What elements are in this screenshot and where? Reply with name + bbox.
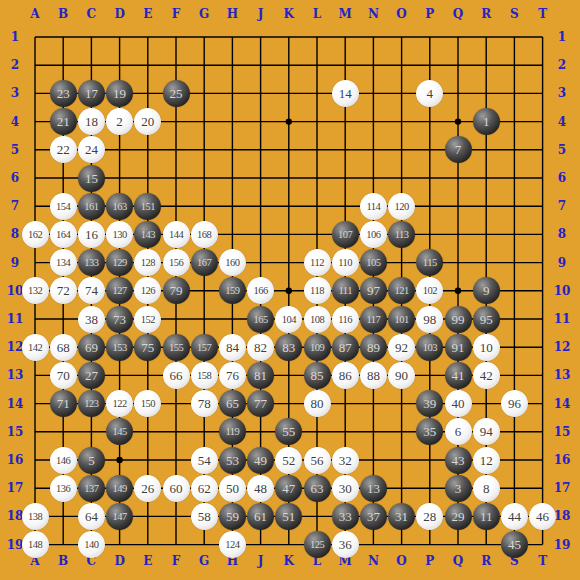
stone-white-78: 78 — [191, 390, 218, 417]
stone-white-120: 120 — [388, 193, 415, 220]
stone-black-51: 51 — [275, 503, 302, 530]
col-label-top-H: H — [227, 7, 238, 21]
stone-black-95: 95 — [473, 306, 500, 333]
stone-white-54: 54 — [191, 447, 218, 474]
stone-black-53: 53 — [219, 447, 246, 474]
stone-white-36: 36 — [332, 531, 359, 558]
stone-white-90: 90 — [388, 362, 415, 389]
stone-black-143: 143 — [134, 221, 161, 248]
stone-white-112: 112 — [304, 249, 331, 276]
row-label-left-19: 19 — [7, 538, 24, 552]
col-label-top-T: T — [538, 7, 547, 21]
stone-black-41: 41 — [445, 362, 472, 389]
stone-black-163: 163 — [106, 193, 133, 220]
stone-white-10: 10 — [473, 334, 500, 361]
row-label-left-13: 13 — [7, 368, 24, 382]
stone-black-3: 3 — [445, 475, 472, 502]
stone-black-125: 125 — [304, 531, 331, 558]
col-label-top-Q: Q — [453, 7, 463, 21]
stone-black-123: 123 — [78, 390, 105, 417]
col-label-top-F: F — [172, 7, 181, 21]
stone-white-118: 118 — [304, 277, 331, 304]
stone-white-58: 58 — [191, 503, 218, 530]
stone-white-140: 140 — [78, 531, 105, 558]
stone-white-122: 122 — [106, 390, 133, 417]
stone-white-104: 104 — [275, 306, 302, 333]
col-label-bottom-G: G — [199, 554, 209, 568]
col-label-top-M: M — [339, 7, 352, 21]
stone-white-108: 108 — [304, 306, 331, 333]
col-label-top-L: L — [313, 7, 321, 21]
col-label-top-P: P — [425, 7, 434, 21]
stone-black-137: 137 — [78, 475, 105, 502]
stone-black-63: 63 — [304, 475, 331, 502]
stone-black-19: 19 — [106, 80, 133, 107]
row-label-right-5: 5 — [558, 143, 566, 157]
stone-white-8: 8 — [473, 475, 500, 502]
stone-white-114: 114 — [360, 193, 387, 220]
stone-white-94: 94 — [473, 418, 500, 445]
stone-white-46: 46 — [529, 503, 556, 530]
col-label-top-K: K — [284, 7, 294, 21]
stone-white-148: 148 — [22, 531, 49, 558]
stone-black-83: 83 — [275, 334, 302, 361]
col-label-bottom-R: R — [481, 554, 491, 568]
stone-white-106: 106 — [360, 221, 387, 248]
star-point-Q4 — [455, 118, 461, 124]
col-label-bottom-D: D — [114, 554, 124, 568]
col-label-top-D: D — [114, 7, 124, 21]
stone-black-27: 27 — [78, 362, 105, 389]
row-label-right-4: 4 — [558, 115, 566, 129]
stone-white-110: 110 — [332, 249, 359, 276]
stone-black-73: 73 — [106, 306, 133, 333]
row-label-right-12: 12 — [554, 340, 571, 354]
stone-black-49: 49 — [247, 447, 274, 474]
stone-white-26: 26 — [134, 475, 161, 502]
stone-white-72: 72 — [50, 277, 77, 304]
col-label-top-O: O — [396, 7, 406, 21]
stone-black-17: 17 — [78, 80, 105, 107]
stone-black-149: 149 — [106, 475, 133, 502]
col-label-top-J: J — [258, 7, 264, 21]
stone-white-160: 160 — [219, 249, 246, 276]
stone-black-167: 167 — [191, 249, 218, 276]
stone-white-142: 142 — [22, 334, 49, 361]
stone-black-99: 99 — [445, 306, 472, 333]
stone-white-32: 32 — [332, 447, 359, 474]
stone-white-130: 130 — [106, 221, 133, 248]
col-label-top-C: C — [87, 7, 97, 21]
stone-black-45: 45 — [501, 531, 528, 558]
stone-white-62: 62 — [191, 475, 218, 502]
col-label-bottom-J: J — [258, 554, 264, 568]
stone-black-5: 5 — [78, 447, 105, 474]
stone-white-116: 116 — [332, 306, 359, 333]
stone-black-101: 101 — [388, 306, 415, 333]
stone-black-103: 103 — [416, 334, 443, 361]
stone-black-77: 77 — [247, 390, 274, 417]
stone-black-155: 155 — [163, 334, 190, 361]
row-label-left-7: 7 — [11, 199, 19, 213]
stone-white-132: 132 — [22, 277, 49, 304]
stone-black-91: 91 — [445, 334, 472, 361]
stone-white-16: 16 — [78, 221, 105, 248]
col-label-top-A: A — [30, 7, 39, 21]
row-label-left-10: 10 — [7, 284, 24, 298]
col-label-top-S: S — [510, 7, 519, 21]
stone-white-146: 146 — [50, 447, 77, 474]
stone-black-69: 69 — [78, 334, 105, 361]
row-label-left-12: 12 — [7, 340, 24, 354]
stone-black-29: 29 — [445, 503, 472, 530]
row-label-right-13: 13 — [554, 368, 571, 382]
stone-white-164: 164 — [50, 221, 77, 248]
stone-white-138: 138 — [22, 503, 49, 530]
stone-white-76: 76 — [219, 362, 246, 389]
row-label-left-16: 16 — [7, 453, 24, 467]
row-label-right-6: 6 — [558, 171, 566, 185]
stone-black-161: 161 — [78, 193, 105, 220]
row-label-left-2: 2 — [11, 58, 19, 72]
stone-white-88: 88 — [360, 362, 387, 389]
stone-black-157: 157 — [191, 334, 218, 361]
row-label-left-6: 6 — [11, 171, 19, 185]
row-label-right-7: 7 — [558, 199, 566, 213]
stone-white-22: 22 — [50, 136, 77, 163]
row-label-left-5: 5 — [11, 143, 19, 157]
stone-white-56: 56 — [304, 447, 331, 474]
row-label-left-14: 14 — [7, 397, 24, 411]
col-label-bottom-B: B — [58, 554, 68, 568]
stone-black-71: 71 — [50, 390, 77, 417]
col-label-top-N: N — [368, 7, 379, 21]
row-label-left-11: 11 — [7, 312, 24, 326]
stone-white-152: 152 — [134, 306, 161, 333]
stone-black-13: 13 — [360, 475, 387, 502]
stone-white-92: 92 — [388, 334, 415, 361]
stone-black-129: 129 — [106, 249, 133, 276]
col-label-top-G: G — [199, 7, 209, 21]
stone-black-151: 151 — [134, 193, 161, 220]
star-point-D16 — [116, 457, 122, 463]
stone-white-86: 86 — [332, 362, 359, 389]
stone-black-153: 153 — [106, 334, 133, 361]
col-label-top-E: E — [143, 7, 152, 21]
stone-white-154: 154 — [50, 193, 77, 220]
stone-black-25: 25 — [163, 80, 190, 107]
go-board[interactable]: AABBCCDDEEFFGGHHJJKKLLMMNNOOPPQQRRSSTT11… — [0, 0, 580, 580]
stone-black-133: 133 — [78, 249, 105, 276]
row-label-right-9: 9 — [558, 256, 566, 270]
col-label-bottom-N: N — [368, 554, 379, 568]
stone-white-52: 52 — [275, 447, 302, 474]
stone-black-119: 119 — [219, 418, 246, 445]
row-label-right-18: 18 — [554, 509, 571, 523]
stone-black-11: 11 — [473, 503, 500, 530]
stone-white-40: 40 — [445, 390, 472, 417]
col-label-bottom-E: E — [143, 554, 152, 568]
stone-black-43: 43 — [445, 447, 472, 474]
stone-white-28: 28 — [416, 503, 443, 530]
row-label-left-3: 3 — [11, 86, 19, 100]
stone-black-23: 23 — [50, 80, 77, 107]
stone-white-42: 42 — [473, 362, 500, 389]
stone-white-38: 38 — [78, 306, 105, 333]
stone-black-15: 15 — [78, 165, 105, 192]
stone-black-47: 47 — [275, 475, 302, 502]
stone-white-162: 162 — [22, 221, 49, 248]
stone-black-61: 61 — [247, 503, 274, 530]
stone-white-136: 136 — [50, 475, 77, 502]
stone-black-113: 113 — [388, 221, 415, 248]
star-point-K4 — [286, 118, 292, 124]
col-label-bottom-K: K — [284, 554, 294, 568]
stone-black-159: 159 — [219, 277, 246, 304]
stone-white-14: 14 — [332, 80, 359, 107]
stone-white-60: 60 — [163, 475, 190, 502]
col-label-bottom-O: O — [396, 554, 406, 568]
stone-white-4: 4 — [416, 80, 443, 107]
stone-black-65: 65 — [219, 390, 246, 417]
stone-black-37: 37 — [360, 503, 387, 530]
stone-white-66: 66 — [163, 362, 190, 389]
stone-white-68: 68 — [50, 334, 77, 361]
stone-black-117: 117 — [360, 306, 387, 333]
stone-black-165: 165 — [247, 306, 274, 333]
row-label-right-14: 14 — [554, 397, 571, 411]
row-label-left-4: 4 — [11, 115, 19, 129]
col-label-bottom-P: P — [425, 554, 434, 568]
stone-white-168: 168 — [191, 221, 218, 248]
stone-white-144: 144 — [163, 221, 190, 248]
stone-white-30: 30 — [332, 475, 359, 502]
row-label-left-15: 15 — [7, 425, 24, 439]
stone-black-109: 109 — [304, 334, 331, 361]
row-label-left-8: 8 — [11, 227, 19, 241]
row-label-right-11: 11 — [554, 312, 571, 326]
stone-black-7: 7 — [445, 136, 472, 163]
stone-black-105: 105 — [360, 249, 387, 276]
stone-white-18: 18 — [78, 108, 105, 135]
stone-white-134: 134 — [50, 249, 77, 276]
stone-black-1: 1 — [473, 108, 500, 135]
stone-black-31: 31 — [388, 503, 415, 530]
stone-black-107: 107 — [332, 221, 359, 248]
stone-white-98: 98 — [416, 306, 443, 333]
stone-black-87: 87 — [332, 334, 359, 361]
stone-black-79: 79 — [163, 277, 190, 304]
stone-white-96: 96 — [501, 390, 528, 417]
stone-white-124: 124 — [219, 531, 246, 558]
stone-black-89: 89 — [360, 334, 387, 361]
row-label-left-9: 9 — [11, 256, 19, 270]
star-point-Q10 — [455, 288, 461, 294]
row-label-right-16: 16 — [554, 453, 571, 467]
row-label-right-3: 3 — [558, 86, 566, 100]
stone-black-147: 147 — [106, 503, 133, 530]
stone-black-81: 81 — [247, 362, 274, 389]
stone-black-59: 59 — [219, 503, 246, 530]
row-label-right-17: 17 — [554, 481, 571, 495]
stone-white-44: 44 — [501, 503, 528, 530]
row-label-right-19: 19 — [554, 538, 571, 552]
stone-white-12: 12 — [473, 447, 500, 474]
col-label-bottom-F: F — [172, 554, 181, 568]
stone-white-24: 24 — [78, 136, 105, 163]
col-label-bottom-T: T — [538, 554, 547, 568]
stone-white-2: 2 — [106, 108, 133, 135]
row-label-right-8: 8 — [558, 227, 566, 241]
stone-white-158: 158 — [191, 362, 218, 389]
stone-black-33: 33 — [332, 503, 359, 530]
stone-white-64: 64 — [78, 503, 105, 530]
stone-white-84: 84 — [219, 334, 246, 361]
stone-white-82: 82 — [247, 334, 274, 361]
stone-white-74: 74 — [78, 277, 105, 304]
stone-black-21: 21 — [50, 108, 77, 135]
row-label-left-1: 1 — [11, 30, 19, 44]
stone-white-80: 80 — [304, 390, 331, 417]
stone-black-111: 111 — [332, 277, 359, 304]
col-label-top-R: R — [481, 7, 491, 21]
stone-white-156: 156 — [163, 249, 190, 276]
stone-black-97: 97 — [360, 277, 387, 304]
row-label-left-17: 17 — [7, 481, 24, 495]
row-label-right-1: 1 — [558, 30, 566, 44]
stone-white-50: 50 — [219, 475, 246, 502]
col-label-top-B: B — [58, 7, 68, 21]
row-label-right-2: 2 — [558, 58, 566, 72]
row-label-right-10: 10 — [554, 284, 571, 298]
col-label-bottom-Q: Q — [453, 554, 463, 568]
stone-white-70: 70 — [50, 362, 77, 389]
stone-black-85: 85 — [304, 362, 331, 389]
stone-black-9: 9 — [473, 277, 500, 304]
stone-white-48: 48 — [247, 475, 274, 502]
row-label-left-18: 18 — [7, 509, 24, 523]
star-point-K10 — [286, 288, 292, 294]
stone-white-6: 6 — [445, 418, 472, 445]
stone-black-75: 75 — [134, 334, 161, 361]
row-label-right-15: 15 — [554, 425, 571, 439]
